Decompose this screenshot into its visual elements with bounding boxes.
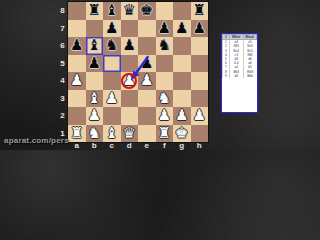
- square-d2[interactable]: [121, 107, 139, 125]
- square-f2[interactable]: ♟: [156, 107, 174, 125]
- square-f1[interactable]: ♜: [156, 125, 174, 143]
- square-f8[interactable]: [156, 2, 174, 20]
- rank-labels: 87654321: [58, 2, 67, 142]
- square-a5[interactable]: [68, 55, 86, 73]
- piece-black-n-c6: ♞: [105, 38, 118, 53]
- piece-white-n-f3: ♞: [158, 91, 171, 106]
- square-f7[interactable]: ♟: [156, 20, 174, 38]
- piece-white-r-a1: ♜: [70, 126, 83, 141]
- piece-black-p-c7: ♟: [105, 21, 118, 36]
- piece-white-p-c3: ♟: [105, 91, 118, 106]
- square-d5[interactable]: [121, 55, 139, 73]
- piece-white-p-e4: ♟: [140, 73, 153, 88]
- file-label-e: e: [138, 141, 156, 150]
- square-g1[interactable]: ♚: [173, 125, 191, 143]
- piece-white-p-a4: ♟: [70, 73, 83, 88]
- square-g2[interactable]: ♟: [173, 107, 191, 125]
- square-e4[interactable]: ♟: [138, 72, 156, 90]
- square-a3[interactable]: [68, 90, 86, 108]
- rank-label-5: 5: [58, 55, 67, 73]
- piece-black-p-b5: ♟: [88, 56, 101, 71]
- piece-white-q-d1: ♛: [123, 126, 136, 141]
- square-a1[interactable]: ♜: [68, 125, 86, 143]
- piece-black-p-d6: ♟: [123, 38, 136, 53]
- square-a2[interactable]: [68, 107, 86, 125]
- square-b2[interactable]: ♟: [86, 107, 104, 125]
- rank-label-2: 2: [58, 107, 67, 125]
- square-d8[interactable]: ♛: [121, 2, 139, 20]
- square-d4[interactable]: ♟: [121, 72, 139, 90]
- rank-label-6: 6: [58, 37, 67, 55]
- move-list-panel[interactable]: #WhiteBlack 1e4e52Nf3Nc63Bc4Bc54c3Nf65d3…: [221, 33, 258, 113]
- square-g4[interactable]: [173, 72, 191, 90]
- move-row[interactable]: 9d4Bb6: [223, 74, 257, 78]
- square-e7[interactable]: [138, 20, 156, 38]
- piece-black-r-b8: ♜: [88, 3, 101, 18]
- file-label-a: a: [68, 141, 86, 150]
- piece-black-p-a6: ♟: [70, 38, 83, 53]
- piece-white-p-f2: ♟: [158, 108, 171, 123]
- square-c3[interactable]: ♟: [103, 90, 121, 108]
- piece-black-n-f6: ♞: [158, 38, 171, 53]
- piece-white-b-b3: ♝: [88, 91, 101, 106]
- square-h2[interactable]: ♟: [191, 107, 209, 125]
- board-wrap: ♜♝♛♚♜♟♟♟♟♟♝♞♟♞♟♟♟♟♟♝♟♞♟♟♟♟♜♞♝♛♜♚: [68, 2, 208, 142]
- square-c5[interactable]: [103, 55, 121, 73]
- file-label-c: c: [103, 141, 121, 150]
- piece-black-p-f7: ♟: [158, 21, 171, 36]
- file-labels: abcdefgh: [68, 141, 208, 150]
- piece-black-r-h8: ♜: [193, 3, 206, 18]
- square-h4[interactable]: [191, 72, 209, 90]
- square-c4[interactable]: [103, 72, 121, 90]
- file-label-h: h: [191, 141, 209, 150]
- piece-black-b-b6: ♝: [88, 38, 101, 53]
- square-h3[interactable]: [191, 90, 209, 108]
- square-d3[interactable]: [121, 90, 139, 108]
- square-e2[interactable]: [138, 107, 156, 125]
- square-a8[interactable]: [68, 2, 86, 20]
- square-f5[interactable]: [156, 55, 174, 73]
- chess-board[interactable]: ♜♝♛♚♜♟♟♟♟♟♝♞♟♞♟♟♟♟♟♝♟♞♟♟♟♟♜♞♝♛♜♚: [68, 2, 208, 142]
- square-g6[interactable]: [173, 37, 191, 55]
- square-h5[interactable]: [191, 55, 209, 73]
- square-b4[interactable]: [86, 72, 104, 90]
- white-move: d4: [230, 74, 244, 78]
- square-g8[interactable]: [173, 2, 191, 20]
- piece-white-p-h2: ♟: [193, 108, 206, 123]
- file-label-g: g: [173, 141, 191, 150]
- square-e8[interactable]: ♚: [138, 2, 156, 20]
- piece-black-b-c8: ♝: [105, 3, 118, 18]
- rank-label-7: 7: [58, 20, 67, 38]
- square-h7[interactable]: ♟: [191, 20, 209, 38]
- square-f4[interactable]: [156, 72, 174, 90]
- square-b5[interactable]: ♟: [86, 55, 104, 73]
- piece-black-p-g7: ♟: [175, 21, 188, 36]
- rank-label-8: 8: [58, 2, 67, 20]
- piece-white-p-d4: ♟: [123, 73, 136, 88]
- piece-black-p-e5: ♟: [140, 56, 153, 71]
- piece-white-p-g2: ♟: [175, 108, 188, 123]
- square-b8[interactable]: ♜: [86, 2, 104, 20]
- rank-label-4: 4: [58, 72, 67, 90]
- square-c7[interactable]: ♟: [103, 20, 121, 38]
- watermark-text: aparat.com/pers: [4, 136, 69, 145]
- black-move: Bb6: [243, 74, 257, 78]
- square-a6[interactable]: ♟: [68, 37, 86, 55]
- rank-label-3: 3: [58, 90, 67, 108]
- file-label-f: f: [156, 141, 174, 150]
- piece-black-k-e8: ♚: [140, 3, 153, 18]
- square-b7[interactable]: [86, 20, 104, 38]
- piece-white-k-g1: ♚: [175, 126, 188, 141]
- square-g3[interactable]: [173, 90, 191, 108]
- square-e6[interactable]: [138, 37, 156, 55]
- square-f6[interactable]: ♞: [156, 37, 174, 55]
- square-c6[interactable]: ♞: [103, 37, 121, 55]
- piece-white-n-b1: ♞: [88, 126, 101, 141]
- square-d7[interactable]: [121, 20, 139, 38]
- square-f3[interactable]: ♞: [156, 90, 174, 108]
- piece-black-q-d8: ♛: [123, 3, 136, 18]
- square-h6[interactable]: [191, 37, 209, 55]
- square-h1[interactable]: [191, 125, 209, 143]
- square-g5[interactable]: [173, 55, 191, 73]
- square-d6[interactable]: ♟: [121, 37, 139, 55]
- square-b3[interactable]: ♝: [86, 90, 104, 108]
- piece-white-b-c1: ♝: [105, 126, 118, 141]
- square-a7[interactable]: [68, 20, 86, 38]
- square-c2[interactable]: [103, 107, 121, 125]
- piece-black-p-h7: ♟: [193, 21, 206, 36]
- square-b6[interactable]: ♝: [86, 37, 104, 55]
- move-table: #WhiteBlack 1e4e52Nf3Nc63Bc4Bc54c3Nf65d3…: [222, 34, 257, 78]
- square-g7[interactable]: ♟: [173, 20, 191, 38]
- square-c1[interactable]: ♝: [103, 125, 121, 143]
- square-e3[interactable]: [138, 90, 156, 108]
- piece-white-p-b2: ♟: [88, 108, 101, 123]
- move-number: 9: [223, 74, 230, 78]
- file-label-b: b: [86, 141, 104, 150]
- square-e5[interactable]: ♟: [138, 55, 156, 73]
- square-a4[interactable]: ♟: [68, 72, 86, 90]
- square-d1[interactable]: ♛: [121, 125, 139, 143]
- square-e1[interactable]: [138, 125, 156, 143]
- square-h8[interactable]: ♜: [191, 2, 209, 20]
- file-label-d: d: [121, 141, 139, 150]
- piece-white-r-f1: ♜: [158, 126, 171, 141]
- square-c8[interactable]: ♝: [103, 2, 121, 20]
- square-b1[interactable]: ♞: [86, 125, 104, 143]
